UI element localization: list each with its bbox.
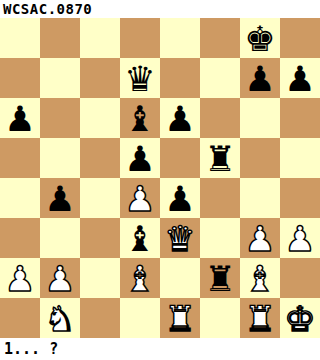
chess-diagram-window: WCSAC.0870 ♚♛♟♟♟♝♟♟♜♟♟♟♝♛♟♟♟♟♝♜♝♞♜♜♚ 1..… [0, 0, 320, 360]
square-e2[interactable] [160, 258, 200, 298]
square-g8[interactable]: ♚ [240, 18, 280, 58]
square-g3[interactable]: ♟ [240, 218, 280, 258]
square-h7[interactable]: ♟ [280, 58, 320, 98]
square-a6[interactable]: ♟ [0, 98, 40, 138]
square-g4[interactable] [240, 178, 280, 218]
square-b8[interactable] [40, 18, 80, 58]
square-e1[interactable]: ♜ [160, 298, 200, 338]
square-f6[interactable] [200, 98, 240, 138]
square-d7[interactable]: ♛ [120, 58, 160, 98]
white-pawn[interactable]: ♟ [40, 258, 80, 298]
square-g6[interactable] [240, 98, 280, 138]
square-h3[interactable]: ♟ [280, 218, 320, 258]
black-king[interactable]: ♚ [240, 18, 280, 58]
square-d1[interactable] [120, 298, 160, 338]
square-f1[interactable] [200, 298, 240, 338]
square-h1[interactable]: ♚ [280, 298, 320, 338]
square-b7[interactable] [40, 58, 80, 98]
square-f5[interactable]: ♜ [200, 138, 240, 178]
square-c2[interactable] [80, 258, 120, 298]
title-bar: WCSAC.0870 [0, 0, 320, 18]
square-a5[interactable] [0, 138, 40, 178]
square-d3[interactable]: ♝ [120, 218, 160, 258]
square-c3[interactable] [80, 218, 120, 258]
square-c4[interactable] [80, 178, 120, 218]
square-d6[interactable]: ♝ [120, 98, 160, 138]
square-d8[interactable] [120, 18, 160, 58]
square-g1[interactable]: ♜ [240, 298, 280, 338]
black-rook[interactable]: ♜ [200, 138, 240, 178]
black-rook[interactable]: ♜ [200, 258, 240, 298]
square-e7[interactable] [160, 58, 200, 98]
white-pawn[interactable]: ♟ [0, 258, 40, 298]
square-f3[interactable] [200, 218, 240, 258]
white-rook[interactable]: ♜ [160, 298, 200, 338]
square-b2[interactable]: ♟ [40, 258, 80, 298]
square-h6[interactable] [280, 98, 320, 138]
square-b4[interactable]: ♟ [40, 178, 80, 218]
square-g5[interactable] [240, 138, 280, 178]
black-queen[interactable]: ♛ [120, 58, 160, 98]
square-c8[interactable] [80, 18, 120, 58]
square-b6[interactable] [40, 98, 80, 138]
square-a2[interactable]: ♟ [0, 258, 40, 298]
square-b1[interactable]: ♞ [40, 298, 80, 338]
white-rook[interactable]: ♜ [240, 298, 280, 338]
square-e8[interactable] [160, 18, 200, 58]
black-pawn[interactable]: ♟ [0, 98, 40, 138]
move-prompt-bar: 1... ? [0, 338, 320, 360]
square-c1[interactable] [80, 298, 120, 338]
square-d4[interactable]: ♟ [120, 178, 160, 218]
black-bishop[interactable]: ♝ [120, 218, 160, 258]
black-pawn[interactable]: ♟ [160, 98, 200, 138]
white-bishop[interactable]: ♝ [240, 258, 280, 298]
white-pawn[interactable]: ♟ [280, 218, 320, 258]
square-d5[interactable]: ♟ [120, 138, 160, 178]
square-g7[interactable]: ♟ [240, 58, 280, 98]
diagram-title: WCSAC.0870 [3, 1, 92, 17]
square-h4[interactable] [280, 178, 320, 218]
square-a8[interactable] [0, 18, 40, 58]
square-a3[interactable] [0, 218, 40, 258]
square-a7[interactable] [0, 58, 40, 98]
square-h8[interactable] [280, 18, 320, 58]
white-knight[interactable]: ♞ [40, 298, 80, 338]
square-a4[interactable] [0, 178, 40, 218]
white-queen[interactable]: ♛ [160, 218, 200, 258]
square-c7[interactable] [80, 58, 120, 98]
square-c6[interactable] [80, 98, 120, 138]
square-a1[interactable] [0, 298, 40, 338]
square-e3[interactable]: ♛ [160, 218, 200, 258]
square-f2[interactable]: ♜ [200, 258, 240, 298]
square-b5[interactable] [40, 138, 80, 178]
black-bishop[interactable]: ♝ [120, 98, 160, 138]
square-c5[interactable] [80, 138, 120, 178]
square-e6[interactable]: ♟ [160, 98, 200, 138]
square-d2[interactable]: ♝ [120, 258, 160, 298]
square-e4[interactable]: ♟ [160, 178, 200, 218]
white-king[interactable]: ♚ [280, 298, 320, 338]
white-bishop[interactable]: ♝ [120, 258, 160, 298]
black-pawn[interactable]: ♟ [280, 58, 320, 98]
black-pawn[interactable]: ♟ [40, 178, 80, 218]
square-h5[interactable] [280, 138, 320, 178]
square-h2[interactable] [280, 258, 320, 298]
square-f7[interactable] [200, 58, 240, 98]
chess-board[interactable]: ♚♛♟♟♟♝♟♟♜♟♟♟♝♛♟♟♟♟♝♜♝♞♜♜♚ [0, 18, 320, 338]
black-pawn[interactable]: ♟ [240, 58, 280, 98]
square-f8[interactable] [200, 18, 240, 58]
square-f4[interactable] [200, 178, 240, 218]
square-g2[interactable]: ♝ [240, 258, 280, 298]
white-pawn[interactable]: ♟ [120, 178, 160, 218]
square-e5[interactable] [160, 138, 200, 178]
white-pawn[interactable]: ♟ [240, 218, 280, 258]
move-prompt: 1... ? [4, 340, 58, 358]
black-pawn[interactable]: ♟ [160, 178, 200, 218]
square-b3[interactable] [40, 218, 80, 258]
black-pawn[interactable]: ♟ [120, 138, 160, 178]
